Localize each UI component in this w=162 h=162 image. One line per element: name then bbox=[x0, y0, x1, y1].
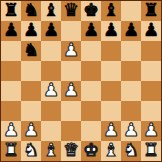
square-a5[interactable] bbox=[1, 61, 21, 81]
white-queen: ♛ bbox=[63, 141, 79, 160]
white-pawn: ♟ bbox=[103, 121, 119, 140]
square-h8[interactable]: ♜ bbox=[141, 1, 161, 21]
white-bishop: ♝ bbox=[43, 141, 59, 160]
square-g8[interactable] bbox=[121, 1, 141, 21]
square-g5[interactable] bbox=[121, 61, 141, 81]
square-g1[interactable]: ♞ bbox=[121, 141, 141, 161]
square-f7[interactable]: ♟ bbox=[101, 21, 121, 41]
square-e6[interactable] bbox=[81, 41, 101, 61]
square-b4[interactable] bbox=[21, 81, 41, 101]
white-pawn: ♟ bbox=[63, 41, 79, 60]
square-h7[interactable]: ♟ bbox=[141, 21, 161, 41]
square-f5[interactable] bbox=[101, 61, 121, 81]
square-d7[interactable] bbox=[61, 21, 81, 41]
square-b5[interactable] bbox=[21, 61, 41, 81]
white-king: ♚ bbox=[83, 141, 99, 160]
square-d8[interactable]: ♛ bbox=[61, 1, 81, 21]
black-queen: ♛ bbox=[63, 1, 79, 20]
white-pawn: ♟ bbox=[143, 121, 159, 140]
square-c6[interactable] bbox=[41, 41, 61, 61]
black-pawn: ♟ bbox=[83, 21, 99, 40]
square-h4[interactable] bbox=[141, 81, 161, 101]
square-b3[interactable] bbox=[21, 101, 41, 121]
black-bishop: ♝ bbox=[43, 1, 59, 20]
square-e1[interactable]: ♚ bbox=[81, 141, 101, 161]
square-c4[interactable]: ♟ bbox=[41, 81, 61, 101]
square-c7[interactable]: ♟ bbox=[41, 21, 61, 41]
square-c2[interactable] bbox=[41, 121, 61, 141]
square-d3[interactable] bbox=[61, 101, 81, 121]
square-e2[interactable] bbox=[81, 121, 101, 141]
square-d2[interactable] bbox=[61, 121, 81, 141]
square-f8[interactable]: ♝ bbox=[101, 1, 121, 21]
square-a1[interactable]: ♜ bbox=[1, 141, 21, 161]
white-bishop: ♝ bbox=[103, 141, 119, 160]
square-h2[interactable]: ♟ bbox=[141, 121, 161, 141]
square-f3[interactable] bbox=[101, 101, 121, 121]
square-c1[interactable]: ♝ bbox=[41, 141, 61, 161]
white-pawn: ♟ bbox=[23, 121, 39, 140]
black-bishop: ♝ bbox=[103, 1, 119, 20]
black-pawn: ♟ bbox=[123, 21, 139, 40]
square-g2[interactable]: ♟ bbox=[121, 121, 141, 141]
square-e5[interactable] bbox=[81, 61, 101, 81]
chess-board-container: ♜♞♝♛♚♝♜♟♟♟♟♟♟♟♞♟♟♟♟♟♟♟♟♜♞♝♛♚♝♞♜ bbox=[0, 0, 162, 162]
square-b1[interactable]: ♞ bbox=[21, 141, 41, 161]
square-b7[interactable]: ♟ bbox=[21, 21, 41, 41]
white-rook: ♜ bbox=[143, 141, 159, 160]
square-a7[interactable]: ♟ bbox=[1, 21, 21, 41]
black-king: ♚ bbox=[83, 1, 99, 20]
square-g7[interactable]: ♟ bbox=[121, 21, 141, 41]
square-c5[interactable] bbox=[41, 61, 61, 81]
black-pawn: ♟ bbox=[143, 21, 159, 40]
square-c8[interactable]: ♝ bbox=[41, 1, 61, 21]
square-d4[interactable]: ♟ bbox=[61, 81, 81, 101]
square-a8[interactable]: ♜ bbox=[1, 1, 21, 21]
square-b2[interactable]: ♟ bbox=[21, 121, 41, 141]
black-knight: ♞ bbox=[23, 41, 39, 60]
square-f6[interactable] bbox=[101, 41, 121, 61]
square-e3[interactable] bbox=[81, 101, 101, 121]
black-pawn: ♟ bbox=[43, 21, 59, 40]
black-rook: ♜ bbox=[143, 1, 159, 20]
black-pawn: ♟ bbox=[3, 21, 19, 40]
white-pawn: ♟ bbox=[63, 81, 79, 100]
square-f2[interactable]: ♟ bbox=[101, 121, 121, 141]
square-g6[interactable] bbox=[121, 41, 141, 61]
square-g3[interactable] bbox=[121, 101, 141, 121]
square-b8[interactable]: ♞ bbox=[21, 1, 41, 21]
square-g4[interactable] bbox=[121, 81, 141, 101]
square-e4[interactable] bbox=[81, 81, 101, 101]
white-knight: ♞ bbox=[23, 141, 39, 160]
square-f1[interactable]: ♝ bbox=[101, 141, 121, 161]
square-e7[interactable]: ♟ bbox=[81, 21, 101, 41]
black-pawn: ♟ bbox=[103, 21, 119, 40]
square-b6[interactable]: ♞ bbox=[21, 41, 41, 61]
white-knight: ♞ bbox=[123, 141, 139, 160]
square-a2[interactable]: ♟ bbox=[1, 121, 21, 141]
square-d1[interactable]: ♛ bbox=[61, 141, 81, 161]
square-h5[interactable] bbox=[141, 61, 161, 81]
white-rook: ♜ bbox=[3, 141, 19, 160]
square-h1[interactable]: ♜ bbox=[141, 141, 161, 161]
black-rook: ♜ bbox=[3, 1, 19, 20]
square-e8[interactable]: ♚ bbox=[81, 1, 101, 21]
square-d5[interactable] bbox=[61, 61, 81, 81]
white-pawn: ♟ bbox=[43, 81, 59, 100]
square-h6[interactable] bbox=[141, 41, 161, 61]
white-pawn: ♟ bbox=[123, 121, 139, 140]
black-knight: ♞ bbox=[23, 1, 39, 20]
square-d6[interactable]: ♟ bbox=[61, 41, 81, 61]
square-c3[interactable] bbox=[41, 101, 61, 121]
black-pawn: ♟ bbox=[23, 21, 39, 40]
square-h3[interactable] bbox=[141, 101, 161, 121]
square-a6[interactable] bbox=[1, 41, 21, 61]
white-pawn: ♟ bbox=[3, 121, 19, 140]
square-a4[interactable] bbox=[1, 81, 21, 101]
square-f4[interactable] bbox=[101, 81, 121, 101]
chess-board: ♜♞♝♛♚♝♜♟♟♟♟♟♟♟♞♟♟♟♟♟♟♟♟♜♞♝♛♚♝♞♜ bbox=[0, 0, 162, 162]
square-a3[interactable] bbox=[1, 101, 21, 121]
